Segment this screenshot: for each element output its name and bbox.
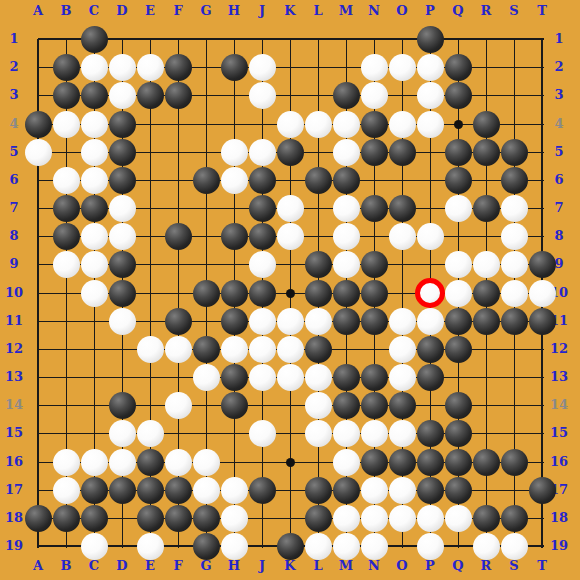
- black-stone-D6: [109, 167, 136, 194]
- row-label-right-5: 5: [546, 143, 572, 161]
- black-stone-H13: [221, 364, 248, 391]
- black-stone-E16: [137, 449, 164, 476]
- column-label-top-R: R: [476, 2, 496, 20]
- black-stone-N10: [361, 280, 388, 307]
- white-stone-O17: [389, 477, 416, 504]
- column-label-bottom-Q: Q: [448, 557, 468, 575]
- white-stone-P3: [417, 82, 444, 109]
- black-stone-L12: [305, 336, 332, 363]
- white-stone-Q7: [445, 195, 472, 222]
- white-stone-H17: [221, 477, 248, 504]
- white-stone-F16: [165, 449, 192, 476]
- white-stone-N17: [361, 477, 388, 504]
- row-label-right-2: 2: [546, 58, 572, 76]
- white-stone-Q10: [445, 280, 472, 307]
- black-stone-L18: [305, 505, 332, 532]
- black-stone-R7: [473, 195, 500, 222]
- white-stone-J2: [249, 54, 276, 81]
- white-stone-C19: [81, 533, 108, 560]
- black-stone-D5: [109, 139, 136, 166]
- column-label-top-P: P: [420, 2, 440, 20]
- black-stone-C17: [81, 477, 108, 504]
- black-stone-B2: [53, 54, 80, 81]
- white-stone-F12: [165, 336, 192, 363]
- white-stone-K4: [277, 111, 304, 138]
- white-stone-K7: [277, 195, 304, 222]
- column-label-top-H: H: [224, 2, 244, 20]
- black-stone-N4: [361, 111, 388, 138]
- column-label-top-S: S: [504, 2, 524, 20]
- black-stone-M17: [333, 477, 360, 504]
- black-stone-P13: [417, 364, 444, 391]
- white-stone-M7: [333, 195, 360, 222]
- black-stone-F8: [165, 223, 192, 250]
- black-stone-Q17: [445, 477, 472, 504]
- black-stone-Q3: [445, 82, 472, 109]
- white-stone-M16: [333, 449, 360, 476]
- black-stone-J10: [249, 280, 276, 307]
- white-stone-L13: [305, 364, 332, 391]
- black-stone-C3: [81, 82, 108, 109]
- white-stone-S7: [501, 195, 528, 222]
- black-stone-K19: [277, 533, 304, 560]
- row-label-right-8: 8: [546, 227, 572, 245]
- black-stone-D4: [109, 111, 136, 138]
- black-stone-R16: [473, 449, 500, 476]
- black-stone-F17: [165, 477, 192, 504]
- black-stone-N16: [361, 449, 388, 476]
- black-stone-R10: [473, 280, 500, 307]
- black-stone-O5: [389, 139, 416, 166]
- black-stone-O16: [389, 449, 416, 476]
- black-stone-O14: [389, 392, 416, 419]
- column-label-top-E: E: [140, 2, 160, 20]
- white-stone-O18: [389, 505, 416, 532]
- black-stone-G19: [193, 533, 220, 560]
- black-stone-H8: [221, 223, 248, 250]
- row-label-left-19: 19: [0, 537, 28, 555]
- black-stone-F3: [165, 82, 192, 109]
- white-stone-K11: [277, 308, 304, 335]
- black-stone-H10: [221, 280, 248, 307]
- white-stone-N3: [361, 82, 388, 109]
- black-stone-Q12: [445, 336, 472, 363]
- row-label-right-16: 16: [546, 453, 572, 471]
- white-stone-J12: [249, 336, 276, 363]
- black-stone-L6: [305, 167, 332, 194]
- white-stone-J9: [249, 251, 276, 278]
- white-stone-B4: [53, 111, 80, 138]
- white-stone-N15: [361, 420, 388, 447]
- white-stone-H12: [221, 336, 248, 363]
- black-stone-T17: [529, 477, 556, 504]
- column-label-top-K: K: [280, 2, 300, 20]
- black-stone-J7: [249, 195, 276, 222]
- column-label-bottom-T: T: [532, 557, 552, 575]
- white-stone-M5: [333, 139, 360, 166]
- row-label-right-13: 13: [546, 368, 572, 386]
- white-stone-L4: [305, 111, 332, 138]
- black-stone-D9: [109, 251, 136, 278]
- black-stone-R5: [473, 139, 500, 166]
- black-stone-L9: [305, 251, 332, 278]
- column-label-bottom-J: J: [252, 557, 272, 575]
- white-stone-C8: [81, 223, 108, 250]
- white-stone-A5: [25, 139, 52, 166]
- column-label-top-D: D: [112, 2, 132, 20]
- black-stone-N11: [361, 308, 388, 335]
- column-label-top-B: B: [56, 2, 76, 20]
- white-stone-N18: [361, 505, 388, 532]
- black-stone-M13: [333, 364, 360, 391]
- white-stone-H5: [221, 139, 248, 166]
- white-stone-O11: [389, 308, 416, 335]
- black-stone-P12: [417, 336, 444, 363]
- white-stone-C9: [81, 251, 108, 278]
- row-label-left-1: 1: [0, 30, 28, 48]
- row-label-left-6: 6: [0, 171, 28, 189]
- white-stone-K8: [277, 223, 304, 250]
- white-stone-H18: [221, 505, 248, 532]
- black-stone-N14: [361, 392, 388, 419]
- black-stone-M14: [333, 392, 360, 419]
- black-stone-T11: [529, 308, 556, 335]
- black-stone-J8: [249, 223, 276, 250]
- white-stone-T10: [529, 280, 556, 307]
- white-stone-D7: [109, 195, 136, 222]
- row-label-left-15: 15: [0, 424, 28, 442]
- grid-line-horizontal: [38, 38, 544, 40]
- black-stone-M6: [333, 167, 360, 194]
- white-stone-P8: [417, 223, 444, 250]
- white-stone-M9: [333, 251, 360, 278]
- white-stone-O4: [389, 111, 416, 138]
- black-stone-B18: [53, 505, 80, 532]
- column-label-top-N: N: [364, 2, 384, 20]
- black-stone-L17: [305, 477, 332, 504]
- white-stone-C4: [81, 111, 108, 138]
- white-stone-L19: [305, 533, 332, 560]
- white-stone-J11: [249, 308, 276, 335]
- white-stone-C16: [81, 449, 108, 476]
- black-stone-N13: [361, 364, 388, 391]
- black-stone-C18: [81, 505, 108, 532]
- black-stone-H14: [221, 392, 248, 419]
- white-stone-O8: [389, 223, 416, 250]
- white-stone-P11: [417, 308, 444, 335]
- column-label-top-G: G: [196, 2, 216, 20]
- black-stone-J6: [249, 167, 276, 194]
- black-stone-F2: [165, 54, 192, 81]
- white-stone-D11: [109, 308, 136, 335]
- row-label-right-14: 14: [546, 396, 572, 414]
- white-stone-P18: [417, 505, 444, 532]
- row-label-left-16: 16: [0, 453, 28, 471]
- star-point-Q4: [454, 120, 463, 129]
- white-stone-K13: [277, 364, 304, 391]
- white-stone-C5: [81, 139, 108, 166]
- white-stone-D16: [109, 449, 136, 476]
- star-point-K10: [286, 289, 295, 298]
- black-stone-D14: [109, 392, 136, 419]
- row-label-left-18: 18: [0, 509, 28, 527]
- row-label-right-15: 15: [546, 424, 572, 442]
- white-stone-E12: [137, 336, 164, 363]
- column-label-bottom-O: O: [392, 557, 412, 575]
- black-stone-Q2: [445, 54, 472, 81]
- black-stone-F18: [165, 505, 192, 532]
- white-stone-M4: [333, 111, 360, 138]
- white-stone-O12: [389, 336, 416, 363]
- white-stone-B9: [53, 251, 80, 278]
- white-stone-H6: [221, 167, 248, 194]
- black-stone-S5: [501, 139, 528, 166]
- black-stone-Q6: [445, 167, 472, 194]
- black-stone-G10: [193, 280, 220, 307]
- column-label-bottom-A: A: [28, 557, 48, 575]
- row-label-left-8: 8: [0, 227, 28, 245]
- row-label-right-12: 12: [546, 340, 572, 358]
- white-stone-F14: [165, 392, 192, 419]
- black-stone-H11: [221, 308, 248, 335]
- row-label-right-18: 18: [546, 509, 572, 527]
- black-stone-E17: [137, 477, 164, 504]
- white-stone-B16: [53, 449, 80, 476]
- white-stone-C2: [81, 54, 108, 81]
- black-stone-N7: [361, 195, 388, 222]
- white-stone-P2: [417, 54, 444, 81]
- column-label-bottom-B: B: [56, 557, 76, 575]
- black-stone-C1: [81, 26, 108, 53]
- black-stone-B3: [53, 82, 80, 109]
- black-stone-Q14: [445, 392, 472, 419]
- black-stone-M3: [333, 82, 360, 109]
- black-stone-R18: [473, 505, 500, 532]
- white-stone-D15: [109, 420, 136, 447]
- white-stone-M18: [333, 505, 360, 532]
- white-stone-M8: [333, 223, 360, 250]
- row-label-right-4: 4: [546, 115, 572, 133]
- white-stone-J5: [249, 139, 276, 166]
- white-stone-D8: [109, 223, 136, 250]
- star-point-K16: [286, 458, 295, 467]
- black-stone-N5: [361, 139, 388, 166]
- black-stone-S16: [501, 449, 528, 476]
- black-stone-A4: [25, 111, 52, 138]
- black-stone-J17: [249, 477, 276, 504]
- row-label-right-3: 3: [546, 86, 572, 104]
- column-label-top-C: C: [84, 2, 104, 20]
- row-label-left-10: 10: [0, 284, 28, 302]
- white-stone-E2: [137, 54, 164, 81]
- black-stone-M11: [333, 308, 360, 335]
- black-stone-O7: [389, 195, 416, 222]
- white-stone-O15: [389, 420, 416, 447]
- row-label-right-19: 19: [546, 537, 572, 555]
- row-label-left-2: 2: [0, 58, 28, 76]
- white-stone-P4: [417, 111, 444, 138]
- row-label-left-12: 12: [0, 340, 28, 358]
- black-stone-R4: [473, 111, 500, 138]
- black-stone-B7: [53, 195, 80, 222]
- white-stone-M19: [333, 533, 360, 560]
- white-stone-N19: [361, 533, 388, 560]
- row-label-right-7: 7: [546, 199, 572, 217]
- black-stone-Q16: [445, 449, 472, 476]
- black-stone-P17: [417, 477, 444, 504]
- black-stone-E3: [137, 82, 164, 109]
- last-move-marker-P10: [415, 278, 445, 308]
- row-label-right-6: 6: [546, 171, 572, 189]
- row-label-right-1: 1: [546, 30, 572, 48]
- white-stone-C10: [81, 280, 108, 307]
- white-stone-C6: [81, 167, 108, 194]
- black-stone-M10: [333, 280, 360, 307]
- column-label-top-Q: Q: [448, 2, 468, 20]
- white-stone-O2: [389, 54, 416, 81]
- white-stone-S10: [501, 280, 528, 307]
- column-label-top-A: A: [28, 2, 48, 20]
- white-stone-L11: [305, 308, 332, 335]
- white-stone-G16: [193, 449, 220, 476]
- column-label-bottom-F: F: [168, 557, 188, 575]
- row-label-left-17: 17: [0, 481, 28, 499]
- white-stone-L14: [305, 392, 332, 419]
- black-stone-G6: [193, 167, 220, 194]
- row-label-left-13: 13: [0, 368, 28, 386]
- white-stone-Q9: [445, 251, 472, 278]
- white-stone-H19: [221, 533, 248, 560]
- row-label-left-11: 11: [0, 312, 28, 330]
- row-label-left-5: 5: [0, 143, 28, 161]
- black-stone-S6: [501, 167, 528, 194]
- white-stone-E19: [137, 533, 164, 560]
- black-stone-C7: [81, 195, 108, 222]
- black-stone-H2: [221, 54, 248, 81]
- white-stone-O13: [389, 364, 416, 391]
- white-stone-B17: [53, 477, 80, 504]
- black-stone-E18: [137, 505, 164, 532]
- black-stone-S18: [501, 505, 528, 532]
- black-stone-P1: [417, 26, 444, 53]
- white-stone-J3: [249, 82, 276, 109]
- black-stone-Q15: [445, 420, 472, 447]
- column-label-top-L: L: [308, 2, 328, 20]
- row-label-left-9: 9: [0, 255, 28, 273]
- white-stone-G17: [193, 477, 220, 504]
- white-stone-L15: [305, 420, 332, 447]
- white-stone-K12: [277, 336, 304, 363]
- white-stone-J15: [249, 420, 276, 447]
- black-stone-S11: [501, 308, 528, 335]
- black-stone-Q11: [445, 308, 472, 335]
- column-label-top-M: M: [336, 2, 356, 20]
- white-stone-S8: [501, 223, 528, 250]
- row-label-left-14: 14: [0, 396, 28, 414]
- white-stone-G13: [193, 364, 220, 391]
- column-label-top-O: O: [392, 2, 412, 20]
- white-stone-R9: [473, 251, 500, 278]
- row-label-left-4: 4: [0, 115, 28, 133]
- white-stone-B6: [53, 167, 80, 194]
- column-label-top-F: F: [168, 2, 188, 20]
- go-game-screenshot: AABBCCDDEEFFGGHHJJKKLLMMNNOOPPQQRRSSTT11…: [0, 0, 580, 580]
- white-stone-D3: [109, 82, 136, 109]
- black-stone-R11: [473, 308, 500, 335]
- black-stone-P15: [417, 420, 444, 447]
- black-stone-P16: [417, 449, 444, 476]
- column-label-bottom-D: D: [112, 557, 132, 575]
- white-stone-P19: [417, 533, 444, 560]
- black-stone-D10: [109, 280, 136, 307]
- row-label-left-7: 7: [0, 199, 28, 217]
- black-stone-G18: [193, 505, 220, 532]
- white-stone-S19: [501, 533, 528, 560]
- row-label-left-3: 3: [0, 86, 28, 104]
- white-stone-Q18: [445, 505, 472, 532]
- black-stone-N9: [361, 251, 388, 278]
- white-stone-N2: [361, 54, 388, 81]
- white-stone-D2: [109, 54, 136, 81]
- column-label-top-J: J: [252, 2, 272, 20]
- go-board[interactable]: AABBCCDDEEFFGGHHJJKKLLMMNNOOPPQQRRSSTT11…: [0, 0, 580, 580]
- white-stone-S9: [501, 251, 528, 278]
- white-stone-J13: [249, 364, 276, 391]
- black-stone-G12: [193, 336, 220, 363]
- black-stone-T9: [529, 251, 556, 278]
- white-stone-M15: [333, 420, 360, 447]
- white-stone-R19: [473, 533, 500, 560]
- black-stone-B8: [53, 223, 80, 250]
- black-stone-L10: [305, 280, 332, 307]
- black-stone-K5: [277, 139, 304, 166]
- black-stone-F11: [165, 308, 192, 335]
- black-stone-Q5: [445, 139, 472, 166]
- column-label-top-T: T: [532, 2, 552, 20]
- white-stone-E15: [137, 420, 164, 447]
- black-stone-A18: [25, 505, 52, 532]
- black-stone-D17: [109, 477, 136, 504]
